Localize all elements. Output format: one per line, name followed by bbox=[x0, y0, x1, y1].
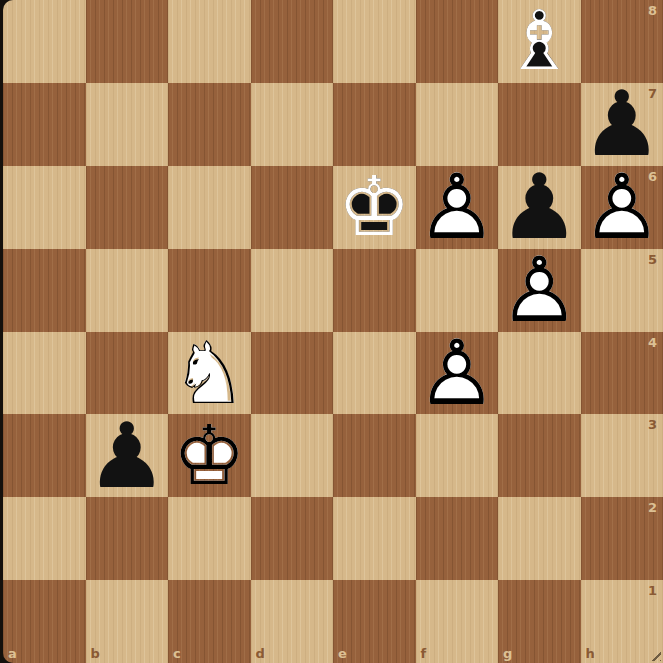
square-g8[interactable]: ♝♗ bbox=[498, 0, 581, 83]
file-label-g: g bbox=[503, 647, 512, 660]
file-label-e: e bbox=[338, 647, 347, 660]
pawn-outline-icon: ♙ bbox=[416, 332, 499, 415]
square-g1[interactable]: g bbox=[498, 580, 581, 663]
square-a8[interactable] bbox=[3, 0, 86, 83]
chess-board: ♝♗87♟♚♔♟♙♟6♟♙♟♙5♞♘♟♙4♟♚♔32abcdefgh1 bbox=[3, 0, 663, 663]
file-label-a: a bbox=[8, 647, 17, 660]
square-d1[interactable]: d bbox=[251, 580, 334, 663]
square-c8[interactable] bbox=[168, 0, 251, 83]
square-e5[interactable] bbox=[333, 249, 416, 332]
file-label-f: f bbox=[421, 647, 427, 660]
square-h1[interactable]: h1 bbox=[581, 580, 663, 663]
square-e4[interactable] bbox=[333, 332, 416, 415]
square-b2[interactable] bbox=[86, 497, 169, 580]
square-d6[interactable] bbox=[251, 166, 334, 249]
square-f3[interactable] bbox=[416, 414, 499, 497]
file-label-c: c bbox=[173, 647, 181, 660]
square-h2[interactable]: 2 bbox=[581, 497, 663, 580]
black-king-e6[interactable]: ♚♔ bbox=[333, 166, 416, 249]
square-b8[interactable] bbox=[86, 0, 169, 83]
white-pawn-f6[interactable]: ♟♙ bbox=[416, 166, 499, 249]
square-h6[interactable]: 6♟♙ bbox=[581, 166, 663, 249]
square-f6[interactable]: ♟♙ bbox=[416, 166, 499, 249]
square-f8[interactable] bbox=[416, 0, 499, 83]
file-label-d: d bbox=[256, 647, 265, 660]
square-a1[interactable]: a bbox=[3, 580, 86, 663]
square-d3[interactable] bbox=[251, 414, 334, 497]
square-b1[interactable]: b bbox=[86, 580, 169, 663]
square-b7[interactable] bbox=[86, 83, 169, 166]
square-b3[interactable]: ♟ bbox=[86, 414, 169, 497]
square-g3[interactable] bbox=[498, 414, 581, 497]
pawn-outline-icon: ♙ bbox=[416, 166, 499, 249]
rank-label-4: 4 bbox=[648, 336, 657, 349]
square-b5[interactable] bbox=[86, 249, 169, 332]
square-e3[interactable] bbox=[333, 414, 416, 497]
square-a6[interactable] bbox=[3, 166, 86, 249]
square-a7[interactable] bbox=[3, 83, 86, 166]
pawn-outline-icon: ♙ bbox=[498, 249, 581, 332]
square-d5[interactable] bbox=[251, 249, 334, 332]
white-king-c3[interactable]: ♚♔ bbox=[168, 414, 251, 497]
square-h4[interactable]: 4 bbox=[581, 332, 663, 415]
square-e2[interactable] bbox=[333, 497, 416, 580]
square-e7[interactable] bbox=[333, 83, 416, 166]
file-label-b: b bbox=[91, 647, 100, 660]
bishop-outline-icon: ♗ bbox=[498, 0, 581, 83]
square-e8[interactable] bbox=[333, 0, 416, 83]
square-a2[interactable] bbox=[3, 497, 86, 580]
rank-label-5: 5 bbox=[648, 253, 657, 266]
square-f2[interactable] bbox=[416, 497, 499, 580]
white-knight-c4[interactable]: ♞♘ bbox=[168, 332, 251, 415]
pawn-outline-icon: ♙ bbox=[581, 166, 663, 249]
square-f1[interactable]: f bbox=[416, 580, 499, 663]
square-a5[interactable] bbox=[3, 249, 86, 332]
square-h5[interactable]: 5 bbox=[581, 249, 663, 332]
square-d2[interactable] bbox=[251, 497, 334, 580]
knight-outline-icon: ♘ bbox=[168, 332, 251, 415]
king-outline-icon: ♔ bbox=[168, 414, 251, 497]
square-c3[interactable]: ♚♔ bbox=[168, 414, 251, 497]
square-c1[interactable]: c bbox=[168, 580, 251, 663]
king-outline-icon: ♔ bbox=[333, 166, 416, 249]
rank-label-2: 2 bbox=[648, 501, 657, 514]
square-d4[interactable] bbox=[251, 332, 334, 415]
rank-label-1: 1 bbox=[648, 584, 657, 597]
square-a3[interactable] bbox=[3, 414, 86, 497]
black-pawn-b3[interactable]: ♟ bbox=[86, 414, 169, 497]
white-pawn-f4[interactable]: ♟♙ bbox=[416, 332, 499, 415]
square-a4[interactable] bbox=[3, 332, 86, 415]
square-b4[interactable] bbox=[86, 332, 169, 415]
rank-label-8: 8 bbox=[648, 4, 657, 17]
square-c6[interactable] bbox=[168, 166, 251, 249]
file-label-h: h bbox=[586, 647, 595, 660]
square-c2[interactable] bbox=[168, 497, 251, 580]
square-g4[interactable] bbox=[498, 332, 581, 415]
square-f4[interactable]: ♟♙ bbox=[416, 332, 499, 415]
square-b6[interactable] bbox=[86, 166, 169, 249]
square-e6[interactable]: ♚♔ bbox=[333, 166, 416, 249]
square-c5[interactable] bbox=[168, 249, 251, 332]
square-c4[interactable]: ♞♘ bbox=[168, 332, 251, 415]
rank-label-3: 3 bbox=[648, 418, 657, 431]
white-pawn-g5[interactable]: ♟♙ bbox=[498, 249, 581, 332]
square-e1[interactable]: e bbox=[333, 580, 416, 663]
pawn-icon: ♟ bbox=[86, 414, 169, 497]
white-pawn-h6[interactable]: ♟♙ bbox=[581, 166, 663, 249]
square-h3[interactable]: 3 bbox=[581, 414, 663, 497]
square-d7[interactable] bbox=[251, 83, 334, 166]
square-g2[interactable] bbox=[498, 497, 581, 580]
square-c7[interactable] bbox=[168, 83, 251, 166]
square-g5[interactable]: ♟♙ bbox=[498, 249, 581, 332]
square-d8[interactable] bbox=[251, 0, 334, 83]
chess-board-container: ♝♗87♟♚♔♟♙♟6♟♙♟♙5♞♘♟♙4♟♚♔32abcdefgh1 bbox=[0, 0, 663, 663]
black-bishop-g8[interactable]: ♝♗ bbox=[498, 0, 581, 83]
